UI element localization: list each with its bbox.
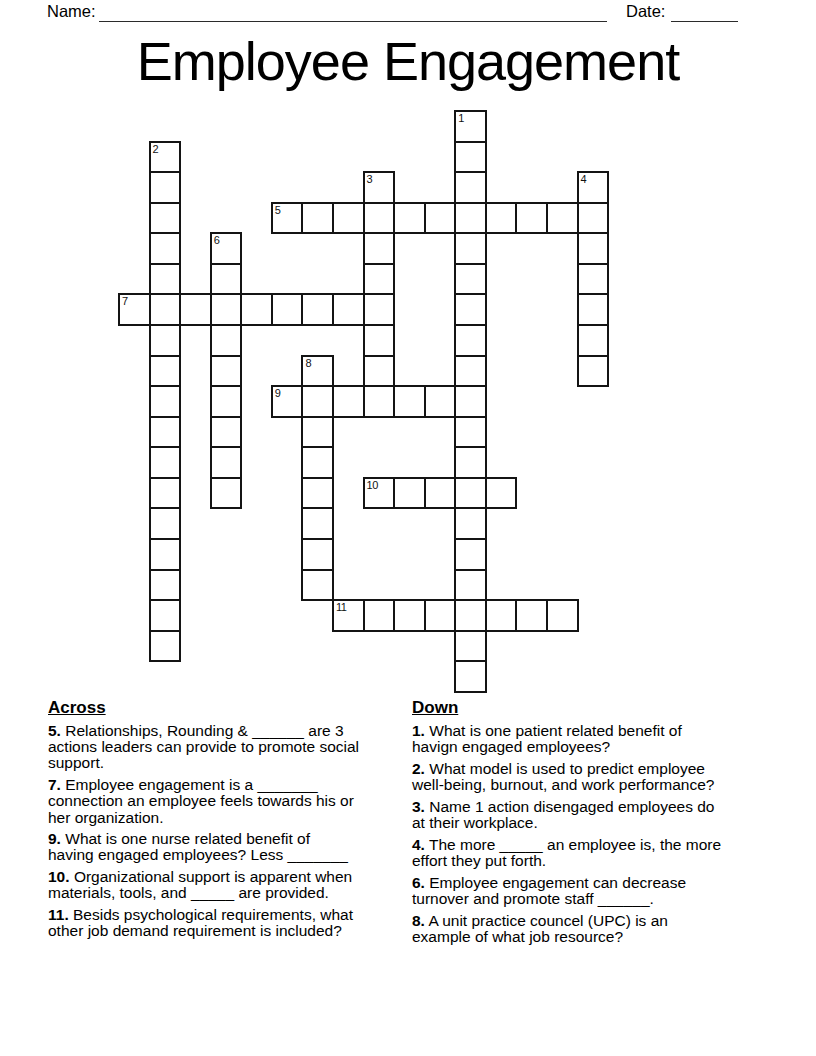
grid-cell[interactable] — [454, 507, 487, 540]
clue-item-7a: 7. Employee engagement is a _______ conn… — [48, 777, 416, 826]
grid-cell[interactable] — [149, 293, 182, 326]
clue-text: A unit practice councel (UPC) is an exam… — [412, 912, 668, 945]
grid-cell[interactable] — [301, 477, 334, 510]
grid-cell[interactable] — [210, 263, 243, 296]
grid-cell[interactable] — [363, 599, 396, 632]
clue-number: 3 — [367, 173, 373, 185]
grid-cell[interactable] — [515, 202, 548, 235]
clue-number: 1 — [458, 112, 464, 124]
grid-cell[interactable] — [332, 293, 365, 326]
name-blank-line[interactable] — [99, 2, 607, 22]
clue-number-label: 11. — [48, 906, 69, 923]
grid-cell[interactable] — [577, 202, 610, 235]
grid-cell[interactable] — [149, 232, 182, 265]
grid-cell[interactable] — [240, 293, 273, 326]
grid-cell[interactable] — [149, 446, 182, 479]
clue-text: What model is used to predict employee w… — [412, 760, 714, 793]
grid-cell[interactable] — [149, 385, 182, 418]
grid-cell[interactable] — [301, 416, 334, 449]
grid-cell[interactable] — [577, 324, 610, 357]
grid-cell[interactable] — [393, 599, 426, 632]
grid-cell[interactable] — [454, 202, 487, 235]
grid-cell[interactable] — [424, 599, 457, 632]
grid-cell[interactable] — [454, 324, 487, 357]
clue-number: 9 — [275, 387, 281, 399]
grid-cell[interactable] — [301, 569, 334, 602]
grid-cell[interactable] — [454, 538, 487, 571]
grid-cell[interactable] — [577, 293, 610, 326]
grid-cell[interactable] — [577, 355, 610, 388]
grid-cell[interactable] — [393, 477, 426, 510]
grid-cell[interactable] — [454, 660, 487, 693]
clue-item-1d: 1. What is one patient related benefit o… — [412, 723, 780, 755]
clue-item-11a: 11. Besids psychological requirements, w… — [48, 907, 416, 939]
grid-cell[interactable] — [454, 569, 487, 602]
grid-cell[interactable] — [454, 293, 487, 326]
grid-cell[interactable] — [363, 263, 396, 296]
clue-number-label: 5. — [48, 722, 61, 739]
grid-cell[interactable] — [332, 202, 365, 235]
grid-cell[interactable] — [149, 569, 182, 602]
grid-cell[interactable]: 3 — [363, 171, 396, 204]
grid-cell[interactable] — [515, 599, 548, 632]
clue-number-label: 4. — [412, 836, 425, 853]
grid-cell[interactable] — [454, 477, 487, 510]
grid-cell[interactable] — [454, 599, 487, 632]
clue-number-label: 3. — [412, 798, 425, 815]
grid-cell[interactable]: 7 — [118, 293, 151, 326]
grid-cell[interactable] — [149, 355, 182, 388]
grid-cell[interactable] — [363, 324, 396, 357]
grid-cell[interactable]: 2 — [149, 141, 182, 174]
grid-cell[interactable] — [546, 202, 579, 235]
grid-cell[interactable] — [149, 507, 182, 540]
grid-cell[interactable] — [485, 477, 518, 510]
clue-number-label: 1. — [412, 722, 425, 739]
grid-cell[interactable]: 9 — [271, 385, 304, 418]
clue-number: 11 — [336, 601, 346, 613]
grid-cell[interactable] — [363, 355, 396, 388]
grid-cell[interactable] — [424, 477, 457, 510]
grid-cell[interactable]: 5 — [271, 202, 304, 235]
grid-cell[interactable] — [454, 171, 487, 204]
clue-number: 7 — [122, 295, 128, 307]
clue-text: Name 1 action disengaged employees do at… — [412, 798, 714, 831]
grid-cell[interactable] — [210, 385, 243, 418]
grid-cell[interactable] — [149, 477, 182, 510]
grid-cell[interactable] — [363, 202, 396, 235]
grid-cell[interactable] — [149, 324, 182, 357]
grid-cell[interactable] — [577, 263, 610, 296]
grid-cell[interactable] — [271, 293, 304, 326]
clue-text: Employee engagement can decrease turnove… — [412, 874, 686, 907]
grid-cell[interactable] — [454, 630, 487, 663]
grid-cell[interactable]: 1 — [454, 110, 487, 143]
grid-cell[interactable] — [301, 385, 334, 418]
date-label: Date: — [626, 1, 665, 21]
grid-cell[interactable]: 10 — [363, 477, 396, 510]
across-heading: Across — [48, 699, 416, 716]
clue-item-4d: 4. The more _____ an employee is, the mo… — [412, 837, 780, 869]
clue-text: What is one patient related benefit of h… — [412, 722, 682, 755]
clue-item-9a: 9. What is one nurse related benefit of … — [48, 831, 416, 863]
grid-cell[interactable] — [301, 507, 334, 540]
grid-cell[interactable] — [210, 416, 243, 449]
clue-item-5a: 5. Relationships, Rounding & ______ are … — [48, 723, 416, 772]
grid-cell[interactable]: 8 — [301, 355, 334, 388]
grid-cell[interactable] — [301, 293, 334, 326]
across-clues-section: Across 5. Relationships, Rounding & ____… — [48, 699, 416, 945]
grid-cell[interactable] — [454, 385, 487, 418]
grid-cell[interactable] — [301, 202, 334, 235]
clue-text: The more _____ an employee is, the more … — [412, 836, 721, 869]
grid-cell[interactable] — [454, 263, 487, 296]
worksheet-page: Name: Date: Employee Engagement 12345678… — [0, 0, 816, 1056]
grid-cell[interactable] — [393, 385, 426, 418]
grid-cell[interactable]: 6 — [210, 232, 243, 265]
down-heading: Down — [412, 699, 780, 716]
clue-number: 4 — [581, 173, 587, 185]
date-blank-line[interactable] — [671, 2, 738, 22]
grid-cell[interactable] — [454, 355, 487, 388]
grid-cell[interactable] — [424, 202, 457, 235]
down-clues-section: Down 1. What is one patient related bene… — [412, 699, 780, 950]
grid-cell[interactable] — [577, 232, 610, 265]
clue-text: Besids psychological requirements, what … — [48, 906, 353, 939]
grid-cell[interactable] — [454, 232, 487, 265]
grid-cell[interactable] — [363, 293, 396, 326]
grid-cell[interactable] — [179, 293, 212, 326]
clue-number: 8 — [305, 357, 311, 369]
clue-item-6d: 6. Employee engagement can decrease turn… — [412, 875, 780, 907]
grid-cell[interactable] — [149, 599, 182, 632]
grid-cell[interactable] — [546, 599, 579, 632]
grid-cell[interactable] — [149, 263, 182, 296]
grid-cell[interactable] — [149, 538, 182, 571]
grid-cell[interactable] — [454, 141, 487, 174]
grid-cell[interactable] — [363, 385, 396, 418]
grid-cell[interactable] — [424, 385, 457, 418]
clue-text: What is one nurse related benefit of hav… — [48, 830, 348, 863]
clue-item-8d: 8. A unit practice councel (UPC) is an e… — [412, 913, 780, 945]
clue-item-10a: 10. Organizational support is apparent w… — [48, 869, 416, 901]
clue-text: Relationships, Rounding & ______ are 3 a… — [48, 722, 359, 771]
grid-cell[interactable] — [454, 446, 487, 479]
grid-cell[interactable] — [210, 355, 243, 388]
grid-cell[interactable] — [363, 232, 396, 265]
grid-cell[interactable] — [301, 538, 334, 571]
grid-cell[interactable] — [210, 446, 243, 479]
grid-cell[interactable] — [149, 416, 182, 449]
clue-number-label: 6. — [412, 874, 425, 891]
clue-number-label: 10. — [48, 868, 70, 885]
clue-text: Organizational support is apparent when … — [48, 868, 352, 901]
clue-item-3d: 3. Name 1 action disengaged employees do… — [412, 799, 780, 831]
grid-cell[interactable] — [485, 202, 518, 235]
clue-number: 6 — [214, 234, 220, 246]
clue-number-label: 8. — [412, 912, 425, 929]
grid-cell[interactable] — [149, 630, 182, 663]
clue-number-label: 9. — [48, 830, 61, 847]
grid-cell[interactable]: 4 — [577, 171, 610, 204]
clue-text: Employee engagement is a _______ connect… — [48, 776, 354, 825]
clue-number: 5 — [275, 204, 281, 216]
grid-cell[interactable] — [149, 171, 182, 204]
grid-cell[interactable] — [210, 477, 243, 510]
grid-cell[interactable]: 11 — [332, 599, 365, 632]
grid-cell[interactable] — [332, 385, 365, 418]
grid-cell[interactable] — [210, 293, 243, 326]
clue-number: 2 — [153, 143, 159, 155]
grid-cell[interactable] — [485, 599, 518, 632]
grid-cell[interactable] — [149, 202, 182, 235]
clue-item-2d: 2. What model is used to predict employe… — [412, 761, 780, 793]
grid-cell[interactable] — [454, 416, 487, 449]
name-label: Name: — [47, 1, 96, 21]
clue-number: 10 — [367, 479, 378, 491]
page-title: Employee Engagement — [0, 30, 816, 92]
grid-cell[interactable] — [210, 324, 243, 357]
clue-number-label: 2. — [412, 760, 425, 777]
grid-cell[interactable] — [393, 202, 426, 235]
grid-cell[interactable] — [301, 446, 334, 479]
clue-number-label: 7. — [48, 776, 61, 793]
